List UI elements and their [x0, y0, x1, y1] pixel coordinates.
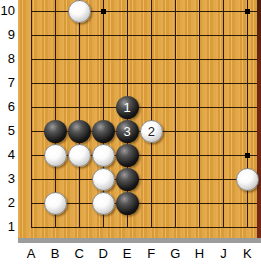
grid-line-h-9 — [31, 35, 258, 36]
col-label-g: G — [167, 247, 183, 261]
col-label-k: K — [239, 247, 255, 261]
stone-black-c5[interactable] — [68, 120, 91, 143]
row-label-7: 7 — [0, 76, 15, 90]
stone-white-d3[interactable] — [92, 168, 115, 191]
stone-white-d4[interactable] — [92, 144, 115, 167]
grid-line-h-10 — [31, 11, 258, 12]
stone-white-c4[interactable] — [68, 144, 91, 167]
col-label-h: H — [191, 247, 207, 261]
row-label-8: 8 — [0, 52, 15, 66]
col-label-j: J — [215, 247, 231, 261]
col-label-c: C — [71, 247, 87, 261]
board-right-edge — [257, 0, 261, 238]
col-label-a: A — [23, 247, 39, 261]
grid-line-h-8 — [31, 59, 258, 60]
stone-black-b5[interactable] — [44, 120, 67, 143]
col-label-f: F — [143, 247, 159, 261]
star-point-k10 — [245, 9, 250, 14]
grid-line-h-6 — [31, 107, 258, 108]
stone-black-e6[interactable]: 1 — [116, 96, 139, 119]
stone-black-e4[interactable] — [116, 144, 139, 167]
row-label-3: 3 — [0, 172, 15, 186]
move-number-label: 2 — [148, 125, 155, 138]
stone-white-b2[interactable] — [44, 192, 67, 215]
stone-black-d5[interactable] — [92, 120, 115, 143]
stone-white-c10[interactable] — [68, 0, 91, 23]
move-number-label: 1 — [124, 101, 131, 114]
row-label-2: 2 — [0, 196, 15, 210]
row-label-6: 6 — [0, 100, 15, 114]
col-label-e: E — [119, 247, 135, 261]
star-point-d10 — [101, 9, 106, 14]
move-number-label: 3 — [124, 125, 131, 138]
grid-line-h-7 — [31, 83, 258, 84]
board-bottom-shadow — [18, 238, 261, 243]
stone-white-k3[interactable] — [236, 168, 259, 191]
stone-black-e2[interactable] — [116, 192, 139, 215]
col-label-d: D — [95, 247, 111, 261]
stone-black-e5[interactable]: 3 — [116, 120, 139, 143]
row-label-4: 4 — [0, 148, 15, 162]
grid-line-h-1 — [31, 227, 258, 228]
star-point-k4 — [245, 153, 250, 158]
grid-line-h-3 — [31, 179, 258, 180]
go-diagram: 132 10987654321 ABCDEFGHJK — [0, 0, 261, 264]
stone-black-e3[interactable] — [116, 168, 139, 191]
stone-white-d2[interactable] — [92, 192, 115, 215]
col-label-b: B — [47, 247, 63, 261]
row-label-1: 1 — [0, 220, 15, 234]
stone-white-b4[interactable] — [44, 144, 67, 167]
row-label-9: 9 — [0, 28, 15, 42]
row-label-10: 10 — [0, 4, 15, 18]
stone-white-f5[interactable]: 2 — [140, 120, 163, 143]
row-label-5: 5 — [0, 124, 15, 138]
